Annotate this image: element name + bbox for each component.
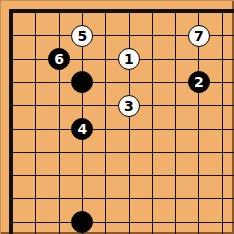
intersection[interactable] <box>47 71 70 94</box>
intersection[interactable] <box>47 164 70 187</box>
intersection[interactable] <box>141 24 164 47</box>
intersection[interactable] <box>94 211 117 234</box>
intersection[interactable] <box>1 47 24 70</box>
stone-number: 1 <box>124 52 134 66</box>
intersection[interactable] <box>164 187 187 210</box>
intersection[interactable] <box>24 141 47 164</box>
intersection[interactable] <box>211 24 234 47</box>
intersection[interactable] <box>1 141 24 164</box>
intersection[interactable] <box>71 141 94 164</box>
intersection[interactable] <box>141 187 164 210</box>
intersection[interactable] <box>211 94 234 117</box>
intersection[interactable] <box>141 117 164 140</box>
intersection[interactable] <box>164 94 187 117</box>
stone-number: 2 <box>194 75 204 89</box>
intersection[interactable] <box>47 211 70 234</box>
intersection[interactable]: 1 <box>117 47 140 70</box>
intersection[interactable] <box>141 211 164 234</box>
intersection[interactable] <box>47 24 70 47</box>
intersection[interactable] <box>24 117 47 140</box>
intersection[interactable]: 3 <box>117 94 140 117</box>
intersection[interactable] <box>47 94 70 117</box>
intersection[interactable] <box>24 211 47 234</box>
intersection[interactable] <box>211 71 234 94</box>
intersection[interactable] <box>117 1 140 24</box>
board-intersections: 5761234 <box>1 1 234 234</box>
intersection[interactable] <box>211 164 234 187</box>
intersection[interactable] <box>187 117 210 140</box>
intersection[interactable] <box>117 71 140 94</box>
stone-white-3: 3 <box>118 95 140 117</box>
stone-black <box>71 211 93 233</box>
intersection[interactable] <box>164 164 187 187</box>
intersection[interactable] <box>141 141 164 164</box>
intersection[interactable] <box>164 117 187 140</box>
intersection[interactable] <box>94 94 117 117</box>
intersection[interactable] <box>24 164 47 187</box>
intersection[interactable] <box>94 187 117 210</box>
intersection[interactable] <box>24 47 47 70</box>
intersection[interactable] <box>71 164 94 187</box>
intersection[interactable] <box>141 1 164 24</box>
intersection[interactable] <box>187 211 210 234</box>
intersection[interactable] <box>211 187 234 210</box>
intersection[interactable] <box>141 71 164 94</box>
intersection[interactable]: 2 <box>187 71 210 94</box>
intersection[interactable] <box>24 24 47 47</box>
intersection[interactable] <box>71 1 94 24</box>
stone-white-1: 1 <box>118 48 140 70</box>
intersection[interactable] <box>94 71 117 94</box>
intersection[interactable] <box>94 164 117 187</box>
intersection[interactable] <box>1 24 24 47</box>
intersection[interactable] <box>71 187 94 210</box>
intersection[interactable] <box>117 24 140 47</box>
intersection[interactable] <box>187 94 210 117</box>
intersection[interactable] <box>141 164 164 187</box>
intersection[interactable] <box>117 211 140 234</box>
stone-black-4: 4 <box>71 118 93 140</box>
intersection[interactable] <box>71 94 94 117</box>
intersection[interactable] <box>24 1 47 24</box>
intersection[interactable] <box>187 1 210 24</box>
stone-white-5: 5 <box>71 25 93 47</box>
intersection[interactable] <box>24 71 47 94</box>
intersection[interactable]: 7 <box>187 24 210 47</box>
intersection[interactable] <box>47 117 70 140</box>
intersection[interactable] <box>211 117 234 140</box>
intersection[interactable] <box>1 117 24 140</box>
intersection[interactable] <box>164 71 187 94</box>
intersection[interactable] <box>117 164 140 187</box>
intersection[interactable] <box>94 24 117 47</box>
intersection[interactable] <box>117 117 140 140</box>
intersection[interactable] <box>1 211 24 234</box>
intersection[interactable] <box>211 1 234 24</box>
intersection[interactable] <box>24 187 47 210</box>
intersection[interactable] <box>187 164 210 187</box>
intersection[interactable] <box>187 47 210 70</box>
intersection[interactable] <box>211 141 234 164</box>
intersection[interactable] <box>47 187 70 210</box>
intersection[interactable] <box>117 187 140 210</box>
intersection[interactable] <box>94 1 117 24</box>
intersection[interactable] <box>24 94 47 117</box>
stone-black <box>71 71 93 93</box>
intersection[interactable] <box>211 211 234 234</box>
intersection[interactable]: 5 <box>71 24 94 47</box>
intersection[interactable] <box>1 71 24 94</box>
stone-number: 3 <box>124 98 134 112</box>
intersection[interactable] <box>71 47 94 70</box>
intersection[interactable] <box>1 1 24 24</box>
intersection[interactable] <box>94 47 117 70</box>
intersection[interactable] <box>141 47 164 70</box>
intersection[interactable] <box>1 164 24 187</box>
stone-black-6: 6 <box>48 48 70 70</box>
intersection[interactable] <box>187 187 210 210</box>
intersection[interactable] <box>71 211 94 234</box>
intersection[interactable] <box>47 1 70 24</box>
stone-number: 5 <box>78 28 88 42</box>
intersection[interactable] <box>71 71 94 94</box>
intersection[interactable] <box>211 47 234 70</box>
intersection[interactable]: 6 <box>47 47 70 70</box>
intersection[interactable] <box>117 141 140 164</box>
intersection[interactable] <box>187 141 210 164</box>
intersection[interactable] <box>164 24 187 47</box>
intersection[interactable] <box>164 47 187 70</box>
go-board: 5761234 <box>0 0 234 234</box>
intersection[interactable] <box>1 187 24 210</box>
stone-black-2: 2 <box>188 71 210 93</box>
intersection[interactable] <box>141 94 164 117</box>
stone-number: 4 <box>78 121 88 135</box>
stone-number: 6 <box>54 52 64 66</box>
stone-number: 7 <box>194 28 204 42</box>
intersection[interactable]: 4 <box>71 117 94 140</box>
intersection[interactable] <box>164 1 187 24</box>
intersection[interactable] <box>94 141 117 164</box>
intersection[interactable] <box>94 117 117 140</box>
intersection[interactable] <box>1 94 24 117</box>
stone-white-7: 7 <box>188 25 210 47</box>
intersection[interactable] <box>47 141 70 164</box>
intersection[interactable] <box>164 211 187 234</box>
intersection[interactable] <box>164 141 187 164</box>
